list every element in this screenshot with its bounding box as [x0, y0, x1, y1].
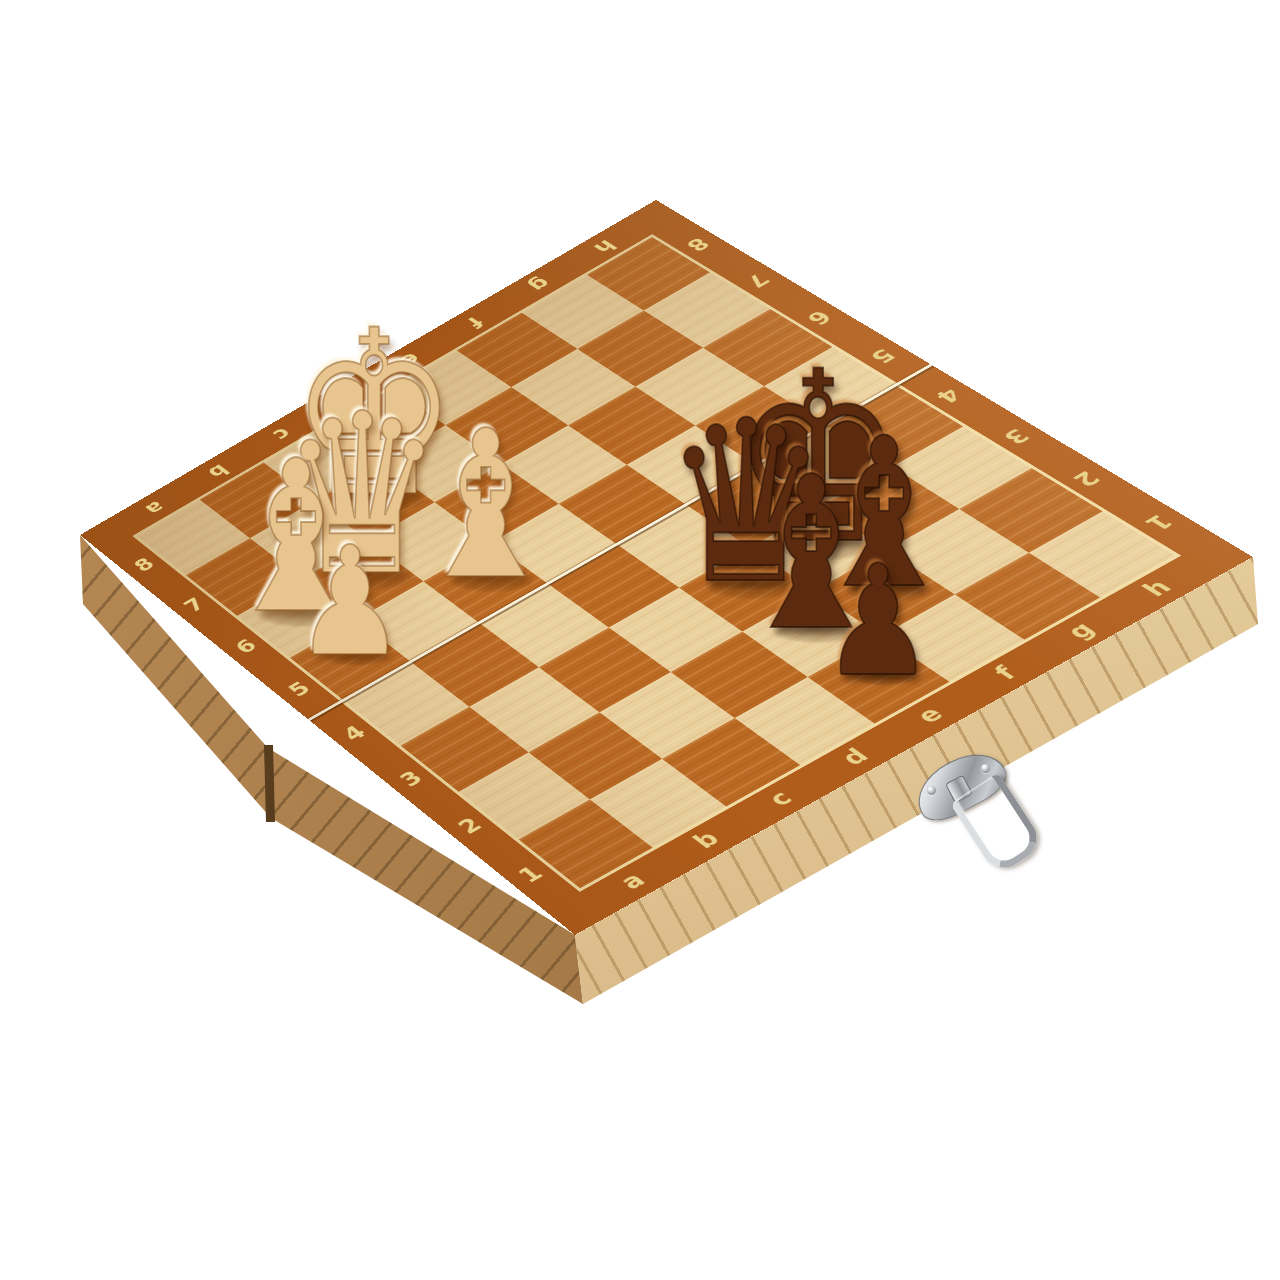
file-label-top-h: h: [589, 237, 620, 256]
rank-label-right-7: 7: [741, 271, 773, 290]
rank-label-right-3: 3: [998, 426, 1034, 447]
file-label-top-a: a: [141, 499, 169, 518]
file-label-bottom-h: h: [1138, 577, 1177, 600]
file-label-bottom-a: a: [616, 869, 650, 892]
file-label-bottom-g: g: [1062, 619, 1100, 642]
file-label-top-f: f: [463, 314, 488, 330]
rank-label-left-4: 4: [339, 723, 370, 745]
rank-label-left-3: 3: [395, 768, 427, 790]
file-label-bottom-d: d: [837, 745, 874, 769]
file-label-bottom-c: c: [764, 788, 797, 810]
scene: aabbccddeeffgghh8877665544332211 ♚♚♛♝♛♝♝…: [0, 0, 1280, 1280]
rank-label-right-2: 2: [1068, 468, 1105, 490]
black-pawn-e1[interactable]: ♟: [822, 549, 934, 694]
file-label-bottom-b: b: [689, 828, 725, 852]
white-pawn-a5[interactable]: ♟: [295, 531, 406, 674]
screw-icon: [927, 786, 936, 795]
rank-label-left-8: 8: [130, 555, 158, 575]
rank-label-left-1: 1: [514, 863, 548, 886]
rank-label-left-2: 2: [454, 815, 487, 838]
clasp: [905, 748, 1025, 888]
white-bishop-c5[interactable]: ♝: [411, 408, 561, 602]
rank-label-right-8: 8: [682, 235, 713, 254]
screw-icon: [981, 764, 990, 773]
rank-label-left-7: 7: [180, 595, 209, 615]
file-label-bottom-f: f: [990, 663, 1021, 683]
rank-label-right-1: 1: [1140, 511, 1178, 533]
file-label-top-g: g: [525, 275, 556, 294]
product-photo-wooden-chess-set: { "game": "chess", "scene": "wooden fold…: [0, 0, 1280, 1280]
